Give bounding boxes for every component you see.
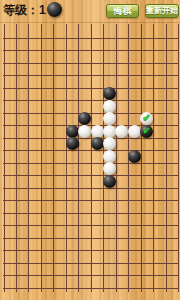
stone-black	[103, 87, 116, 100]
stone-white	[103, 137, 116, 150]
last-move-check-icon: ✔	[140, 124, 153, 137]
stone-white	[103, 112, 116, 125]
grid-line-h	[3, 188, 179, 189]
grid-line-h	[3, 138, 179, 139]
stone-black: ✔	[140, 125, 153, 138]
grid-line-h	[3, 75, 179, 76]
stone-white	[103, 162, 116, 175]
grid-line-h	[3, 150, 179, 151]
grid-line-h	[3, 263, 179, 264]
last-move-check-icon: ✔	[140, 111, 153, 124]
grid-line-v	[78, 24, 79, 292]
stone-black	[128, 150, 141, 163]
stone-black	[78, 112, 91, 125]
stone-white	[91, 125, 104, 138]
grid-line-h	[3, 100, 179, 101]
grid-line-h	[3, 238, 179, 239]
grid-line-h	[3, 88, 179, 89]
stone-white	[128, 125, 141, 138]
grid-line-h	[3, 63, 179, 64]
grid-line-v	[16, 24, 17, 292]
grid-line-h	[3, 175, 179, 176]
grid-line-v	[53, 24, 54, 292]
stone-black	[103, 175, 116, 188]
board[interactable]: ✔✔	[0, 0, 180, 300]
grid-line-h	[3, 225, 179, 226]
stone-black	[91, 137, 104, 150]
stone-white	[115, 125, 128, 138]
grid-line-v	[91, 24, 92, 292]
grid-line-h	[3, 213, 179, 214]
turn-black-stone-icon	[47, 2, 62, 17]
grid-line-v	[178, 24, 179, 292]
stone-black	[66, 125, 79, 138]
grid-line-v	[41, 24, 42, 292]
grid-line-h	[3, 38, 179, 39]
stone-white	[103, 150, 116, 163]
level-label: 等级：1	[3, 3, 46, 18]
grid-line-h	[3, 163, 179, 164]
top-bar: 等级：1 悔棋 重新开始	[0, 0, 180, 23]
grid-line-v	[153, 24, 154, 292]
restart-button[interactable]: 重新开始	[145, 4, 179, 18]
stone-white	[103, 125, 116, 138]
app-screen: ✔✔ 等级：1 悔棋 重新开始	[0, 0, 180, 300]
undo-button[interactable]: 悔棋	[106, 4, 139, 18]
grid-line-h	[3, 288, 179, 289]
grid-line-h	[3, 200, 179, 201]
grid-line-v	[66, 24, 67, 292]
stone-white	[78, 125, 91, 138]
grid-line-v	[166, 24, 167, 292]
stone-white	[103, 100, 116, 113]
grid-line-h	[3, 275, 179, 276]
grid-line-h	[3, 250, 179, 251]
grid-line-v	[28, 24, 29, 292]
grid-line-v	[4, 24, 5, 292]
grid-line-h	[3, 50, 179, 51]
stone-black	[66, 137, 79, 150]
